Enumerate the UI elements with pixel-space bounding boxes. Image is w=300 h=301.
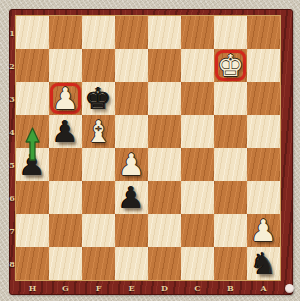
piece-white-pawn[interactable]: ♟ [247, 214, 280, 247]
square-h8[interactable] [16, 247, 49, 280]
square-f1[interactable] [82, 16, 115, 49]
square-c1[interactable] [181, 16, 214, 49]
file-label-E: E [115, 283, 148, 293]
square-h3[interactable] [16, 82, 49, 115]
square-c2[interactable] [181, 49, 214, 82]
piece-white-pawn[interactable]: ♟ [115, 148, 148, 181]
square-a4[interactable] [247, 115, 280, 148]
square-e2[interactable] [115, 49, 148, 82]
square-f2[interactable] [82, 49, 115, 82]
square-g1[interactable] [49, 16, 82, 49]
rank-label-1: 1 [8, 28, 16, 38]
square-c6[interactable] [181, 181, 214, 214]
square-b6[interactable] [214, 181, 247, 214]
square-h5[interactable]: ♟ [16, 148, 49, 181]
square-b5[interactable] [214, 148, 247, 181]
square-a3[interactable] [247, 82, 280, 115]
rank-label-4: 4 [8, 127, 16, 137]
square-e8[interactable] [115, 247, 148, 280]
square-b3[interactable] [214, 82, 247, 115]
square-f4[interactable]: ♝ [82, 115, 115, 148]
square-b4[interactable] [214, 115, 247, 148]
piece-white-pawn[interactable]: ♟ [49, 82, 82, 115]
square-f7[interactable] [82, 214, 115, 247]
square-d8[interactable] [148, 247, 181, 280]
square-b1[interactable] [214, 16, 247, 49]
square-f8[interactable] [82, 247, 115, 280]
square-d1[interactable] [148, 16, 181, 49]
square-g4[interactable]: ♟ [49, 115, 82, 148]
file-label-A: A [247, 283, 280, 293]
square-g3[interactable]: ♟ [49, 82, 82, 115]
square-c8[interactable] [181, 247, 214, 280]
piece-white-bishop[interactable]: ♝ [82, 115, 115, 148]
file-label-D: D [148, 283, 181, 293]
piece-white-king[interactable]: ♚ [214, 49, 247, 82]
square-f5[interactable] [82, 148, 115, 181]
rank-label-3: 3 [8, 94, 16, 104]
square-a8[interactable]: ♞ [247, 247, 280, 280]
square-c3[interactable] [181, 82, 214, 115]
page-background: ♚♟♚♟♝♟♟♟♟♞ 12345678HGFEDCBA [0, 0, 300, 301]
square-e3[interactable] [115, 82, 148, 115]
square-b7[interactable] [214, 214, 247, 247]
square-d6[interactable] [148, 181, 181, 214]
square-g5[interactable] [49, 148, 82, 181]
rank-label-2: 2 [8, 61, 16, 71]
square-e4[interactable] [115, 115, 148, 148]
square-e7[interactable] [115, 214, 148, 247]
piece-black-knight[interactable]: ♞ [247, 247, 280, 280]
square-e1[interactable] [115, 16, 148, 49]
square-a6[interactable] [247, 181, 280, 214]
square-c5[interactable] [181, 148, 214, 181]
piece-black-pawn[interactable]: ♟ [115, 181, 148, 214]
square-b8[interactable] [214, 247, 247, 280]
square-d5[interactable] [148, 148, 181, 181]
square-h1[interactable] [16, 16, 49, 49]
rank-label-7: 7 [8, 226, 16, 236]
piece-black-pawn[interactable]: ♟ [16, 148, 49, 181]
square-f3[interactable]: ♚ [82, 82, 115, 115]
square-a7[interactable]: ♟ [247, 214, 280, 247]
square-d7[interactable] [148, 214, 181, 247]
square-h6[interactable] [16, 181, 49, 214]
rank-label-5: 5 [8, 160, 16, 170]
square-b2[interactable]: ♚ [214, 49, 247, 82]
square-c4[interactable] [181, 115, 214, 148]
rank-label-6: 6 [8, 193, 16, 203]
square-g7[interactable] [49, 214, 82, 247]
file-label-G: G [49, 283, 82, 293]
square-h4[interactable] [16, 115, 49, 148]
piece-black-pawn[interactable]: ♟ [49, 115, 82, 148]
white-to-move-indicator-icon [285, 284, 294, 293]
rank-label-8: 8 [8, 259, 16, 269]
square-e6[interactable]: ♟ [115, 181, 148, 214]
square-g8[interactable] [49, 247, 82, 280]
square-d2[interactable] [148, 49, 181, 82]
square-d4[interactable] [148, 115, 181, 148]
square-c7[interactable] [181, 214, 214, 247]
square-g6[interactable] [49, 181, 82, 214]
square-f6[interactable] [82, 181, 115, 214]
square-e5[interactable]: ♟ [115, 148, 148, 181]
file-label-F: F [82, 283, 115, 293]
piece-black-king[interactable]: ♚ [82, 82, 115, 115]
square-a1[interactable] [247, 16, 280, 49]
file-label-B: B [214, 283, 247, 293]
file-label-C: C [181, 283, 214, 293]
square-a5[interactable] [247, 148, 280, 181]
chess-board[interactable]: ♚♟♚♟♝♟♟♟♟♞ [15, 15, 281, 281]
square-a2[interactable] [247, 49, 280, 82]
square-h7[interactable] [16, 214, 49, 247]
square-d3[interactable] [148, 82, 181, 115]
file-label-H: H [16, 283, 49, 293]
square-h2[interactable] [16, 49, 49, 82]
square-g2[interactable] [49, 49, 82, 82]
